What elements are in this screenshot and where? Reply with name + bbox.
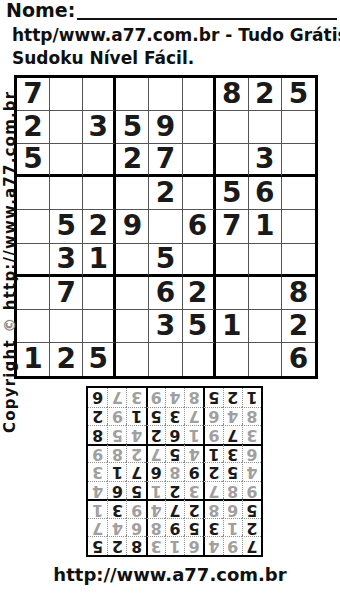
sudoku-cell-r8c6: 5 — [183, 310, 216, 343]
sudoku-cell-r7c4 — [116, 277, 149, 310]
sudoku-cell-r5c4: 9 — [116, 210, 149, 243]
sudoku-cell-r6c2: 3 — [50, 244, 83, 277]
sudoku-cell-r1c4 — [116, 78, 149, 111]
sudoku-cell-r2c2 — [50, 111, 83, 144]
solution-cell-r1c4: 6 — [184, 536, 203, 555]
sudoku-cell-r1c2 — [50, 78, 83, 111]
sudoku-cell-r1c5 — [149, 78, 182, 111]
sudoku-cell-r6c7 — [216, 244, 249, 277]
sudoku-cell-r2c9 — [282, 111, 315, 144]
solution-cell-r4c8: 6 — [107, 481, 126, 500]
solution-cell-r6c9: 9 — [88, 444, 107, 463]
solution-cell-r9c5: 4 — [165, 388, 184, 407]
sudoku-cell-r7c8 — [249, 277, 282, 310]
solution-cell-r9c4: 8 — [184, 388, 203, 407]
solution-cell-r5c3: 2 — [203, 462, 222, 481]
sudoku-cell-r6c3: 1 — [83, 244, 116, 277]
sudoku-cell-r7c3 — [83, 277, 116, 310]
sudoku-cell-r6c5: 5 — [149, 244, 182, 277]
solution-cell-r7c8: 5 — [107, 425, 126, 444]
name-row: Nome: — [6, 1, 337, 21]
solution-cell-r8c1: 8 — [242, 407, 261, 426]
sudoku-cell-r2c6 — [183, 111, 216, 144]
solution-cell-r2c3: 3 — [203, 518, 222, 537]
difficulty-title: Sudoku Nível Fácil. — [12, 48, 194, 68]
solution-cell-r2c2: 1 — [223, 518, 242, 537]
sudoku-cell-r8c7: 1 — [216, 310, 249, 343]
sudoku-cell-r6c8 — [249, 244, 282, 277]
sudoku-cell-r4c1 — [17, 177, 50, 210]
sudoku-cell-r9c1: 1 — [17, 343, 50, 376]
solution-cell-r4c5: 2 — [165, 481, 184, 500]
sudoku-cell-r5c3: 2 — [83, 210, 116, 243]
solution-cell-r3c2: 6 — [223, 499, 242, 518]
solution-cell-r4c7: 5 — [126, 481, 145, 500]
solution-cell-r4c1: 9 — [242, 481, 261, 500]
sudoku-cell-r1c8: 2 — [249, 78, 282, 111]
sudoku-cell-r1c7: 8 — [216, 78, 249, 111]
solution-cell-r7c1: 3 — [242, 425, 261, 444]
solution-cell-r8c9: 2 — [88, 407, 107, 426]
solution-cell-r1c6: 3 — [146, 536, 165, 555]
solution-cell-r4c2: 8 — [223, 481, 242, 500]
solution-cell-r7c9: 8 — [88, 425, 107, 444]
sudoku-cell-r1c3 — [83, 78, 116, 111]
sudoku-cell-r3c9 — [282, 144, 315, 177]
sudoku-cell-r5c7: 7 — [216, 210, 249, 243]
sudoku-cell-r9c9: 6 — [282, 343, 315, 376]
solution-cell-r1c2: 9 — [223, 536, 242, 555]
solution-cell-r9c2: 2 — [223, 388, 242, 407]
sudoku-cell-r5c8: 1 — [249, 210, 282, 243]
solution-cell-r4c4: 3 — [184, 481, 203, 500]
solution-cell-r7c7: 4 — [126, 425, 145, 444]
site-header-text: http/www.a77.com.br - Tudo Grátis. — [12, 25, 340, 45]
sudoku-cell-r8c2 — [50, 310, 83, 343]
sudoku-cell-r3c2 — [50, 144, 83, 177]
solution-cell-r9c8: 7 — [107, 388, 126, 407]
sudoku-cell-r5c5 — [149, 210, 182, 243]
solution-cell-r8c7: 1 — [126, 407, 145, 426]
solution-cell-r7c5: 6 — [165, 425, 184, 444]
sudoku-grid: 782523595273256529671315762835121256 — [14, 75, 318, 379]
solution-cell-r8c8: 9 — [107, 407, 126, 426]
solution-cell-r8c2: 4 — [223, 407, 242, 426]
solution-cell-r6c8: 8 — [107, 444, 126, 463]
solution-cell-r9c1: 1 — [242, 388, 261, 407]
sudoku-cell-r9c6 — [183, 343, 216, 376]
sudoku-cell-r2c3: 3 — [83, 111, 116, 144]
solution-cell-r3c3: 8 — [203, 499, 222, 518]
solution-cell-r3c5: 7 — [165, 499, 184, 518]
sudoku-cell-r9c4 — [116, 343, 149, 376]
solution-cell-r6c5: 5 — [165, 444, 184, 463]
sudoku-cell-r4c4 — [116, 177, 149, 210]
sudoku-cell-r7c9: 8 — [282, 277, 315, 310]
solution-cell-r1c3: 4 — [203, 536, 222, 555]
printable-sudoku-page: Nome: http/www.a77.com.br - Tudo Grátis.… — [0, 0, 340, 596]
solution-cell-r5c6: 6 — [146, 462, 165, 481]
sudoku-cell-r2c8 — [249, 111, 282, 144]
sudoku-cell-r7c7 — [216, 277, 249, 310]
solution-cell-r9c3: 5 — [203, 388, 222, 407]
solution-cell-r2c5: 9 — [165, 518, 184, 537]
solution-cell-r6c7: 2 — [126, 444, 145, 463]
sudoku-cell-r9c8 — [249, 343, 282, 376]
solution-cell-r5c8: 1 — [107, 462, 126, 481]
solution-cell-r8c3: 6 — [203, 407, 222, 426]
solution-cell-r3c4: 2 — [184, 499, 203, 518]
solution-cell-r1c7: 8 — [126, 536, 145, 555]
solution-cell-r1c9: 5 — [88, 536, 107, 555]
sudoku-cell-r5c2: 5 — [50, 210, 83, 243]
sudoku-cell-r6c9 — [282, 244, 315, 277]
sudoku-cell-r3c1: 5 — [17, 144, 50, 177]
sudoku-cell-r1c1: 7 — [17, 78, 50, 111]
solution-cell-r9c7: 3 — [126, 388, 145, 407]
copyright-symbol: © — [1, 317, 19, 333]
sudoku-cell-r6c1 — [17, 244, 50, 277]
solution-cell-r5c9: 3 — [88, 462, 107, 481]
solution-cell-r3c1: 5 — [242, 499, 261, 518]
solution-cell-r4c6: 1 — [146, 481, 165, 500]
name-underline — [77, 18, 337, 20]
solution-cell-r7c6: 2 — [146, 425, 165, 444]
sudoku-cell-r3c4: 2 — [116, 144, 149, 177]
solution-cell-r2c6: 8 — [146, 518, 165, 537]
sudoku-cell-r3c5: 7 — [149, 144, 182, 177]
copyright-vertical-text: Copyright © http://www.a77.com.br — [1, 91, 19, 433]
solution-cell-r3c9: 1 — [88, 499, 107, 518]
sudoku-cell-r4c7: 5 — [216, 177, 249, 210]
sudoku-cell-r4c9 — [282, 177, 315, 210]
sudoku-cell-r7c6: 2 — [183, 277, 216, 310]
solution-cell-r6c2: 3 — [223, 444, 242, 463]
solution-cell-r1c5: 1 — [165, 536, 184, 555]
sudoku-cell-r2c1: 2 — [17, 111, 50, 144]
sudoku-cell-r4c6 — [183, 177, 216, 210]
solution-cell-r2c7: 6 — [126, 518, 145, 537]
sudoku-cell-r3c6 — [183, 144, 216, 177]
sudoku-cell-r4c8: 6 — [249, 177, 282, 210]
solution-cell-r1c1: 7 — [242, 536, 261, 555]
solution-cell-r7c2: 7 — [223, 425, 242, 444]
sudoku-cell-r4c5: 2 — [149, 177, 182, 210]
sudoku-cell-r9c7 — [216, 343, 249, 376]
sudoku-cell-r2c7 — [216, 111, 249, 144]
sudoku-cell-r8c9: 2 — [282, 310, 315, 343]
solution-cell-r4c9: 4 — [88, 481, 107, 500]
sudoku-cell-r5c9 — [282, 210, 315, 243]
solution-cell-r8c4: 7 — [184, 407, 203, 426]
solution-cell-r3c7: 9 — [126, 499, 145, 518]
solution-cell-r3c8: 3 — [107, 499, 126, 518]
sudoku-cell-r6c4 — [116, 244, 149, 277]
sudoku-cell-r2c5: 9 — [149, 111, 182, 144]
sudoku-cell-r4c3 — [83, 177, 116, 210]
solution-cell-r9c6: 9 — [146, 388, 165, 407]
sudoku-cell-r9c2: 2 — [50, 343, 83, 376]
sudoku-cell-r2c4: 5 — [116, 111, 149, 144]
sudoku-cell-r8c3 — [83, 310, 116, 343]
solution-cell-r5c2: 5 — [223, 462, 242, 481]
sudoku-cell-r7c5: 6 — [149, 277, 182, 310]
solution-cell-r5c5: 8 — [165, 462, 184, 481]
solution-cell-r2c1: 2 — [242, 518, 261, 537]
solution-cell-r2c4: 5 — [184, 518, 203, 537]
sudoku-cell-r9c3: 5 — [83, 343, 116, 376]
solution-cell-r2c8: 4 — [107, 518, 126, 537]
solution-cell-r6c4: 4 — [184, 444, 203, 463]
sudoku-cell-r8c5: 3 — [149, 310, 182, 343]
solution-cell-r8c6: 5 — [146, 407, 165, 426]
solution-cell-r5c7: 7 — [126, 462, 145, 481]
sudoku-cell-r1c6 — [183, 78, 216, 111]
footer-url: http://www.a77.com.br — [0, 564, 340, 585]
solution-cell-r9c9: 6 — [88, 388, 107, 407]
sudoku-cell-r3c7 — [216, 144, 249, 177]
sudoku-cell-r5c6: 6 — [183, 210, 216, 243]
sudoku-cell-r8c4 — [116, 310, 149, 343]
solution-cell-r5c1: 4 — [242, 462, 261, 481]
solution-cell-r6c6: 7 — [146, 444, 165, 463]
sudoku-cell-r9c5 — [149, 343, 182, 376]
solution-cell-r6c1: 6 — [242, 444, 261, 463]
solution-cell-r1c8: 2 — [107, 536, 126, 555]
sudoku-cell-r6c6 — [183, 244, 216, 277]
sudoku-cell-r8c8 — [249, 310, 282, 343]
solution-cell-r5c4: 9 — [184, 462, 203, 481]
solution-cell-r6c3: 1 — [203, 444, 222, 463]
sudoku-cell-r5c1 — [17, 210, 50, 243]
sudoku-cell-r1c9: 5 — [282, 78, 315, 111]
copyright-prefix: Copyright — [1, 333, 19, 433]
solution-cell-r7c3: 9 — [203, 425, 222, 444]
solution-cell-r2c9: 7 — [88, 518, 107, 537]
sudoku-solution-grid: 7946138252135986475682749319873215644529… — [86, 386, 263, 557]
sudoku-cell-r3c8: 3 — [249, 144, 282, 177]
copyright-url: http://www.a77.com.br — [1, 91, 19, 317]
solution-cell-r3c6: 4 — [146, 499, 165, 518]
solution-cell-r8c5: 3 — [165, 407, 184, 426]
name-label: Nome: — [6, 1, 75, 21]
solution-cell-r7c4: 1 — [184, 425, 203, 444]
sudoku-cell-r7c1 — [17, 277, 50, 310]
sudoku-cell-r7c2: 7 — [50, 277, 83, 310]
sudoku-cell-r8c1 — [17, 310, 50, 343]
solution-cell-r4c3: 7 — [203, 481, 222, 500]
sudoku-cell-r4c2 — [50, 177, 83, 210]
sudoku-cell-r3c3 — [83, 144, 116, 177]
